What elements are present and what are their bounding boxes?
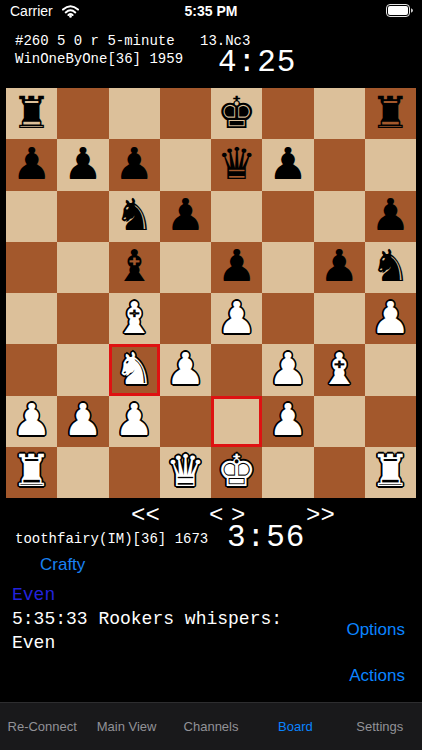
piece-white-bishop: ♝	[114, 296, 153, 340]
square-a3[interactable]	[6, 344, 57, 395]
square-f1[interactable]	[262, 447, 313, 498]
status-time: 5:35 PM	[0, 3, 422, 19]
chess-board[interactable]: ♜♚♜♟♟♟♛♟♞♟♟♝♟♟♞♝♟♟♞♟♟♝♟♟♟♟♜♛♚♜	[6, 88, 416, 498]
piece-black-rook: ♜	[371, 91, 410, 135]
square-g5[interactable]: ♟	[314, 242, 365, 293]
piece-white-pawn: ♟	[268, 398, 307, 442]
piece-white-pawn: ♟	[217, 296, 256, 340]
top-player-name: WinOneByOne[36] 1959	[15, 51, 183, 67]
square-h5[interactable]: ♞	[365, 242, 416, 293]
square-a1[interactable]: ♜	[6, 447, 57, 498]
piece-white-knight: ♞	[114, 347, 153, 391]
square-d4[interactable]	[160, 293, 211, 344]
square-h3[interactable]	[365, 344, 416, 395]
piece-white-pawn: ♟	[63, 398, 102, 442]
square-g8[interactable]	[314, 88, 365, 139]
square-c1[interactable]	[109, 447, 160, 498]
piece-black-knight: ♞	[114, 193, 153, 237]
tab-settings[interactable]: Settings	[338, 703, 422, 750]
piece-black-pawn: ♟	[166, 193, 205, 237]
square-d6[interactable]: ♟	[160, 191, 211, 242]
square-b1[interactable]	[57, 447, 108, 498]
square-c2[interactable]: ♟	[109, 396, 160, 447]
piece-black-pawn: ♟	[63, 142, 102, 186]
square-e1[interactable]: ♚	[211, 447, 262, 498]
square-f8[interactable]	[262, 88, 313, 139]
piece-white-pawn: ♟	[268, 347, 307, 391]
square-e5[interactable]: ♟	[211, 242, 262, 293]
piece-black-pawn: ♟	[371, 193, 410, 237]
options-button[interactable]: Options	[346, 620, 405, 640]
tab-board[interactable]: Board	[253, 703, 337, 750]
piece-white-pawn: ♟	[166, 347, 205, 391]
tab-channels[interactable]: Channels	[169, 703, 253, 750]
square-d5[interactable]	[160, 242, 211, 293]
square-b6[interactable]	[57, 191, 108, 242]
piece-white-rook: ♜	[371, 449, 410, 493]
piece-white-pawn: ♟	[12, 398, 51, 442]
square-g7[interactable]	[314, 139, 365, 190]
square-d7[interactable]	[160, 139, 211, 190]
square-b4[interactable]	[57, 293, 108, 344]
piece-black-pawn: ♟	[217, 244, 256, 288]
bottom-player-clock: 3:56	[227, 520, 305, 555]
square-f6[interactable]	[262, 191, 313, 242]
piece-black-knight: ♞	[371, 244, 410, 288]
square-g4[interactable]	[314, 293, 365, 344]
battery-icon	[386, 4, 414, 17]
square-h6[interactable]: ♟	[365, 191, 416, 242]
square-g6[interactable]	[314, 191, 365, 242]
square-b5[interactable]	[57, 242, 108, 293]
piece-white-bishop: ♝	[319, 347, 358, 391]
status-bar: Carrier 5:35 PM	[0, 0, 422, 20]
piece-white-rook: ♜	[12, 449, 51, 493]
square-f7[interactable]: ♟	[262, 139, 313, 190]
square-e8[interactable]: ♚	[211, 88, 262, 139]
top-player-clock: 4:25	[218, 45, 296, 80]
square-e7[interactable]: ♛	[211, 139, 262, 190]
square-b3[interactable]	[57, 344, 108, 395]
bottom-player-name: toothfairy(IM)[36] 1673	[15, 531, 208, 547]
square-f2[interactable]: ♟	[262, 396, 313, 447]
piece-white-queen: ♛	[166, 449, 205, 493]
square-c6[interactable]: ♞	[109, 191, 160, 242]
square-c3[interactable]: ♞	[109, 344, 160, 395]
nav-last-button[interactable]: >>	[306, 502, 335, 529]
square-h8[interactable]: ♜	[365, 88, 416, 139]
eval-link[interactable]: Even	[12, 585, 55, 605]
piece-black-king: ♚	[217, 91, 256, 135]
whisper-header: 5:35:33 Rookers whispers:	[12, 609, 282, 629]
actions-button[interactable]: Actions	[349, 666, 405, 686]
tab-reconnect[interactable]: Re-Connect	[0, 703, 84, 750]
square-e3[interactable]	[211, 344, 262, 395]
whisper-body: Even	[12, 633, 55, 653]
square-a5[interactable]	[6, 242, 57, 293]
piece-white-king: ♚	[217, 449, 256, 493]
square-e6[interactable]	[211, 191, 262, 242]
square-d1[interactable]: ♛	[160, 447, 211, 498]
square-d2[interactable]	[160, 396, 211, 447]
piece-black-pawn: ♟	[319, 244, 358, 288]
piece-black-pawn: ♟	[268, 142, 307, 186]
square-b7[interactable]: ♟	[57, 139, 108, 190]
square-g2[interactable]	[314, 396, 365, 447]
square-g1[interactable]	[314, 447, 365, 498]
square-h2[interactable]	[365, 396, 416, 447]
piece-black-pawn: ♟	[12, 142, 51, 186]
square-c8[interactable]	[109, 88, 160, 139]
square-h4[interactable]: ♟	[365, 293, 416, 344]
square-a8[interactable]: ♜	[6, 88, 57, 139]
piece-white-pawn: ♟	[114, 398, 153, 442]
square-g3[interactable]: ♝	[314, 344, 365, 395]
piece-white-pawn: ♟	[371, 296, 410, 340]
piece-black-pawn: ♟	[114, 142, 153, 186]
piece-black-queen: ♛	[217, 142, 256, 186]
square-a6[interactable]	[6, 191, 57, 242]
square-a2[interactable]: ♟	[6, 396, 57, 447]
square-h7[interactable]	[365, 139, 416, 190]
square-b8[interactable]	[57, 88, 108, 139]
nav-first-button[interactable]: <<	[131, 502, 160, 529]
square-h1[interactable]: ♜	[365, 447, 416, 498]
square-d3[interactable]: ♟	[160, 344, 211, 395]
square-b2[interactable]: ♟	[57, 396, 108, 447]
square-f3[interactable]: ♟	[262, 344, 313, 395]
engine-link[interactable]: Crafty	[40, 555, 85, 575]
square-c7[interactable]: ♟	[109, 139, 160, 190]
piece-black-rook: ♜	[12, 91, 51, 135]
nav-prev-button[interactable]: <	[209, 502, 223, 529]
square-e2[interactable]	[211, 396, 262, 447]
square-f4[interactable]	[262, 293, 313, 344]
square-d8[interactable]	[160, 88, 211, 139]
square-c5[interactable]: ♝	[109, 242, 160, 293]
square-a4[interactable]	[6, 293, 57, 344]
square-f5[interactable]	[262, 242, 313, 293]
app-screen: Carrier 5:35 PM #260 5 0 r 5-minute 13.N…	[0, 0, 422, 750]
square-e4[interactable]: ♟	[211, 293, 262, 344]
game-info: #260 5 0 r 5-minute	[15, 33, 175, 49]
square-c4[interactable]: ♝	[109, 293, 160, 344]
piece-black-bishop: ♝	[114, 244, 153, 288]
tab-main-view[interactable]: Main View	[84, 703, 168, 750]
tab-bar: Re-Connect Main View Channels Board Sett…	[0, 702, 422, 750]
square-a7[interactable]: ♟	[6, 139, 57, 190]
